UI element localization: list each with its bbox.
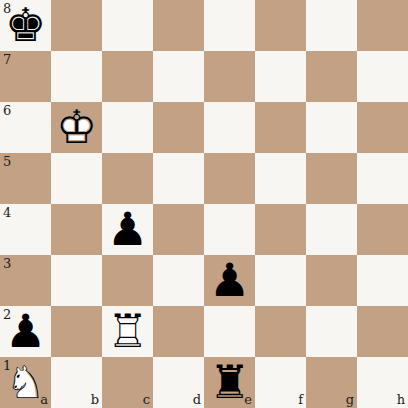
square-d1[interactable]: d (153, 357, 204, 408)
file-label-c: c (143, 393, 150, 406)
square-f6[interactable] (255, 102, 306, 153)
rank-label-8: 8 (3, 2, 11, 15)
square-e3[interactable]: ♟ (204, 255, 255, 306)
square-h6[interactable] (357, 102, 408, 153)
square-d5[interactable] (153, 153, 204, 204)
file-label-e: e (244, 393, 252, 406)
square-h1[interactable]: h (357, 357, 408, 408)
square-e5[interactable] (204, 153, 255, 204)
square-d8[interactable] (153, 0, 204, 51)
square-g5[interactable] (306, 153, 357, 204)
file-label-h: h (397, 393, 405, 406)
square-c2[interactable]: ♜♖ (102, 306, 153, 357)
square-c8[interactable] (102, 0, 153, 51)
square-f8[interactable] (255, 0, 306, 51)
rank-label-1: 1 (3, 359, 11, 372)
rank-label-2: 2 (3, 308, 11, 321)
square-b6[interactable]: ♚♔ (51, 102, 102, 153)
piece-white-rook[interactable]: ♜♖ (102, 306, 153, 357)
black-pawn-icon: ♟ (102, 204, 153, 255)
file-label-b: b (91, 393, 99, 406)
square-d2[interactable] (153, 306, 204, 357)
square-c5[interactable] (102, 153, 153, 204)
square-e8[interactable] (204, 0, 255, 51)
square-e6[interactable] (204, 102, 255, 153)
square-g8[interactable] (306, 0, 357, 51)
piece-black-pawn[interactable]: ♟ (102, 204, 153, 255)
square-c6[interactable] (102, 102, 153, 153)
square-a7[interactable]: 7 (0, 51, 51, 102)
chess-board: 8♚76♚♔54♟3♟2♟♜♖1a♞♘bcde♜fgh (0, 0, 408, 408)
piece-white-king[interactable]: ♚♔ (51, 102, 102, 153)
square-e2[interactable] (204, 306, 255, 357)
square-b7[interactable] (51, 51, 102, 102)
square-d6[interactable] (153, 102, 204, 153)
white-king-outline-icon: ♔ (51, 102, 102, 153)
square-a3[interactable]: 3 (0, 255, 51, 306)
rank-label-6: 6 (3, 104, 11, 117)
square-f3[interactable] (255, 255, 306, 306)
square-f4[interactable] (255, 204, 306, 255)
black-pawn-icon: ♟ (204, 255, 255, 306)
square-h2[interactable] (357, 306, 408, 357)
square-c3[interactable] (102, 255, 153, 306)
file-label-g: g (346, 393, 354, 406)
square-a8[interactable]: 8♚ (0, 0, 51, 51)
square-d4[interactable] (153, 204, 204, 255)
square-b1[interactable]: b (51, 357, 102, 408)
square-a2[interactable]: 2♟ (0, 306, 51, 357)
square-a1[interactable]: 1a♞♘ (0, 357, 51, 408)
file-label-f: f (298, 393, 303, 406)
white-rook-outline-icon: ♖ (102, 306, 153, 357)
square-g4[interactable] (306, 204, 357, 255)
square-e7[interactable] (204, 51, 255, 102)
square-g1[interactable]: g (306, 357, 357, 408)
square-g2[interactable] (306, 306, 357, 357)
square-b8[interactable] (51, 0, 102, 51)
rank-label-4: 4 (3, 206, 11, 219)
square-g3[interactable] (306, 255, 357, 306)
square-h3[interactable] (357, 255, 408, 306)
square-c4[interactable]: ♟ (102, 204, 153, 255)
chess-board-wrapper: 8♚76♚♔54♟3♟2♟♜♖1a♞♘bcde♜fgh (0, 0, 408, 408)
square-h4[interactable] (357, 204, 408, 255)
piece-black-pawn[interactable]: ♟ (204, 255, 255, 306)
square-a5[interactable]: 5 (0, 153, 51, 204)
square-f5[interactable] (255, 153, 306, 204)
square-b3[interactable] (51, 255, 102, 306)
rank-label-7: 7 (3, 53, 11, 66)
square-c1[interactable]: c (102, 357, 153, 408)
square-e1[interactable]: e♜ (204, 357, 255, 408)
square-h5[interactable] (357, 153, 408, 204)
square-d3[interactable] (153, 255, 204, 306)
square-f2[interactable] (255, 306, 306, 357)
square-a6[interactable]: 6 (0, 102, 51, 153)
square-b4[interactable] (51, 204, 102, 255)
square-b2[interactable] (51, 306, 102, 357)
square-h8[interactable] (357, 0, 408, 51)
square-g6[interactable] (306, 102, 357, 153)
square-f1[interactable]: f (255, 357, 306, 408)
square-b5[interactable] (51, 153, 102, 204)
square-f7[interactable] (255, 51, 306, 102)
file-label-d: d (193, 393, 201, 406)
square-h7[interactable] (357, 51, 408, 102)
rank-label-3: 3 (3, 257, 11, 270)
square-g7[interactable] (306, 51, 357, 102)
square-c7[interactable] (102, 51, 153, 102)
square-d7[interactable] (153, 51, 204, 102)
rank-label-5: 5 (3, 155, 11, 168)
square-a4[interactable]: 4 (0, 204, 51, 255)
file-label-a: a (40, 393, 48, 406)
square-e4[interactable] (204, 204, 255, 255)
